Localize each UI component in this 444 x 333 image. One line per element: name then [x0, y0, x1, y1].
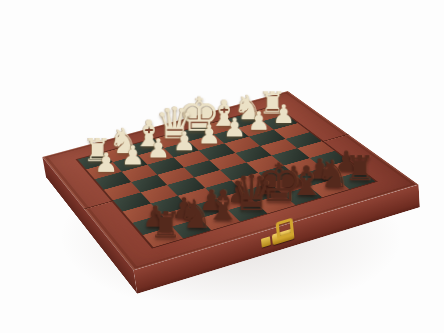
pawn-glyph: ♟ [272, 101, 295, 126]
pawn-glyph: ♟ [95, 149, 119, 176]
pawn-glyph: ♟ [147, 135, 171, 161]
pawn-glyph: ♟ [223, 115, 246, 141]
rook-glyph: ♜ [150, 207, 182, 243]
scene: ♜♞♝♛♚♝♞♜♟♟♟♟♟♟♟♟♟♟♟♟♟♟♟♟♜♞♝♛♚♝♞♜ [0, 0, 444, 333]
pawn-glyph: ♟ [121, 142, 145, 168]
chess-case: ♜♞♝♛♚♝♞♜♟♟♟♟♟♟♟♟♟♟♟♟♟♟♟♟♜♞♝♛♚♝♞♜ [42, 91, 418, 270]
pawn-glyph: ♟ [173, 128, 196, 154]
knight-glyph: ♞ [177, 195, 212, 234]
photo-stage: ♜♞♝♛♚♝♞♜♟♟♟♟♟♟♟♟♟♟♟♟♟♟♟♟♜♞♝♛♚♝♞♜ [0, 0, 444, 333]
pawn-glyph: ♟ [248, 108, 271, 134]
latch-keeper [261, 236, 271, 247]
pawn-glyph: ♟ [198, 121, 221, 147]
